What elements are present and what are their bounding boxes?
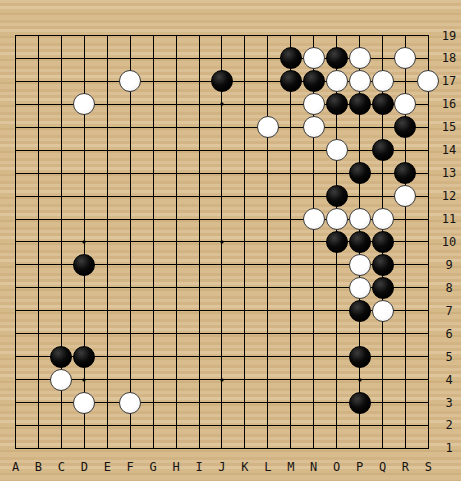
white-stone: [349, 47, 371, 69]
white-stone: [326, 70, 348, 92]
grid-vertical-line: [244, 35, 245, 449]
row-label: 4: [437, 373, 461, 387]
column-label: F: [119, 460, 141, 474]
row-label: 6: [437, 327, 461, 341]
white-stone: [119, 392, 141, 414]
black-stone: [280, 70, 302, 92]
black-stone: [349, 346, 371, 368]
column-label: A: [5, 460, 27, 474]
star-point: [220, 240, 223, 243]
black-stone: [326, 185, 348, 207]
column-label: E: [96, 460, 118, 474]
black-stone: [73, 346, 95, 368]
column-label: B: [27, 460, 49, 474]
row-label: 3: [437, 396, 461, 410]
grid-horizontal-line: [15, 448, 429, 449]
black-stone: [349, 231, 371, 253]
black-stone: [372, 139, 394, 161]
black-stone: [349, 392, 371, 414]
white-stone: [349, 277, 371, 299]
white-stone: [303, 93, 325, 115]
row-label: 12: [437, 189, 461, 203]
column-label: L: [257, 460, 279, 474]
black-stone: [326, 231, 348, 253]
row-label: 13: [437, 166, 461, 180]
grid-horizontal-line: [15, 333, 429, 334]
star-point: [220, 378, 223, 381]
column-label: C: [50, 460, 72, 474]
column-label: O: [326, 460, 348, 474]
white-stone: [257, 116, 279, 138]
black-stone: [349, 93, 371, 115]
column-label: I: [188, 460, 210, 474]
black-stone: [73, 254, 95, 276]
white-stone: [326, 139, 348, 161]
black-stone: [326, 47, 348, 69]
grid-vertical-line: [290, 35, 291, 449]
white-stone: [372, 300, 394, 322]
row-label: 7: [437, 304, 461, 318]
white-stone: [119, 70, 141, 92]
black-stone: [394, 116, 416, 138]
column-label: P: [349, 460, 371, 474]
black-stone: [280, 47, 302, 69]
column-label: M: [280, 460, 302, 474]
white-stone: [349, 208, 371, 230]
white-stone: [303, 208, 325, 230]
white-stone: [326, 208, 348, 230]
black-stone: [372, 93, 394, 115]
row-label: 17: [437, 74, 461, 88]
column-label: S: [417, 460, 439, 474]
white-stone: [303, 47, 325, 69]
white-stone: [349, 254, 371, 276]
star-point: [358, 378, 361, 381]
white-stone: [50, 369, 72, 391]
black-stone: [303, 70, 325, 92]
star-point: [83, 378, 86, 381]
white-stone: [303, 116, 325, 138]
black-stone: [326, 93, 348, 115]
star-point: [83, 240, 86, 243]
black-stone: [50, 346, 72, 368]
white-stone: [394, 47, 416, 69]
row-label: 2: [437, 418, 461, 432]
column-label: R: [394, 460, 416, 474]
black-stone: [372, 277, 394, 299]
column-label: K: [234, 460, 256, 474]
black-stone: [349, 162, 371, 184]
column-label: H: [165, 460, 187, 474]
row-label: 18: [437, 51, 461, 65]
white-stone: [394, 185, 416, 207]
column-label: J: [211, 460, 233, 474]
row-label: 8: [437, 281, 461, 295]
black-stone: [372, 254, 394, 276]
row-label: 15: [437, 120, 461, 134]
row-label: 14: [437, 143, 461, 157]
column-label: G: [142, 460, 164, 474]
row-label: 5: [437, 350, 461, 364]
row-label: 10: [437, 235, 461, 249]
row-label: 11: [437, 212, 461, 226]
grid-vertical-line: [428, 35, 429, 449]
white-stone: [73, 392, 95, 414]
row-label: 19: [437, 29, 461, 43]
white-stone: [372, 70, 394, 92]
black-stone: [372, 231, 394, 253]
go-board-screenshot: ABCDEFGHIJKLMNOPQRS191817161514131211109…: [0, 0, 461, 481]
white-stone: [372, 208, 394, 230]
column-label: D: [73, 460, 95, 474]
row-label: 9: [437, 258, 461, 272]
grid-horizontal-line: [15, 425, 429, 426]
white-stone: [394, 93, 416, 115]
row-label: 1: [437, 441, 461, 455]
white-stone: [349, 70, 371, 92]
black-stone: [211, 70, 233, 92]
column-label: N: [303, 460, 325, 474]
white-stone: [73, 93, 95, 115]
star-point: [220, 103, 223, 106]
black-stone: [349, 300, 371, 322]
row-label: 16: [437, 97, 461, 111]
column-label: Q: [372, 460, 394, 474]
black-stone: [394, 162, 416, 184]
grid-vertical-line: [267, 35, 268, 449]
